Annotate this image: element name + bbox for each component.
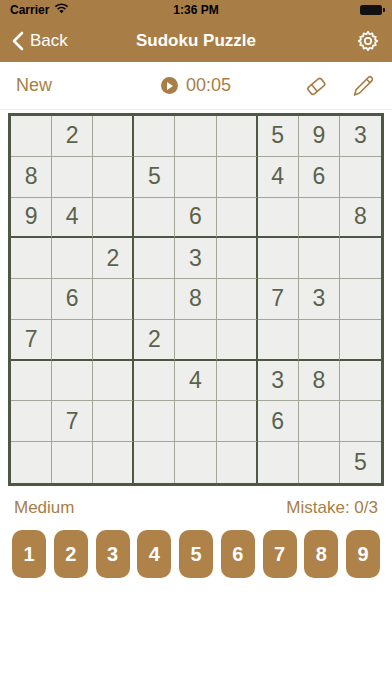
toolbar-icons	[303, 74, 376, 98]
sudoku-cell-r1c7[interactable]: 5	[258, 116, 299, 157]
sudoku-cell-r3c6[interactable]	[217, 198, 258, 239]
sudoku-cell-r6c4[interactable]: 2	[134, 320, 175, 361]
sudoku-cell-r7c7[interactable]: 3	[258, 361, 299, 402]
sudoku-cell-r8c3[interactable]	[93, 401, 134, 442]
sudoku-cell-r1c1[interactable]	[11, 116, 52, 157]
sudoku-cell-r7c4[interactable]	[134, 361, 175, 402]
mistake-counter: Mistake: 0/3	[286, 498, 378, 518]
sudoku-cell-r9c8[interactable]	[299, 442, 340, 483]
sudoku-cell-r4c9[interactable]	[340, 238, 381, 279]
sudoku-cell-r2c8[interactable]: 6	[299, 157, 340, 198]
sudoku-cell-r6c6[interactable]	[217, 320, 258, 361]
sudoku-cell-r6c7[interactable]	[258, 320, 299, 361]
sudoku-cell-r2c4[interactable]: 5	[134, 157, 175, 198]
sudoku-cell-r4c2[interactable]	[52, 238, 93, 279]
sudoku-cell-r8c7[interactable]: 6	[258, 401, 299, 442]
play-pause-button[interactable]	[161, 77, 178, 94]
sudoku-cell-r5c4[interactable]	[134, 279, 175, 320]
sudoku-cell-r2c2[interactable]	[52, 157, 93, 198]
sudoku-cell-r5c5[interactable]: 8	[175, 279, 216, 320]
sudoku-cell-r7c8[interactable]: 8	[299, 361, 340, 402]
sudoku-cell-r2c1[interactable]: 8	[11, 157, 52, 198]
sudoku-cell-r2c5[interactable]	[175, 157, 216, 198]
numpad-button-7[interactable]: 7	[263, 530, 297, 578]
sudoku-cell-r6c2[interactable]	[52, 320, 93, 361]
sudoku-cell-r9c9[interactable]: 5	[340, 442, 381, 483]
numpad-button-2[interactable]: 2	[54, 530, 88, 578]
battery-icon	[360, 5, 382, 15]
sudoku-cell-r1c4[interactable]	[134, 116, 175, 157]
sudoku-cell-r4c7[interactable]	[258, 238, 299, 279]
clock-label: 1:36 PM	[0, 3, 392, 17]
eraser-icon	[303, 74, 329, 98]
back-button[interactable]: Back	[12, 31, 68, 51]
sudoku-cell-r8c4[interactable]	[134, 401, 175, 442]
numpad: 123456789	[0, 518, 392, 578]
sudoku-cell-r9c6[interactable]	[217, 442, 258, 483]
sudoku-cell-r3c3[interactable]	[93, 198, 134, 239]
sudoku-cell-r4c4[interactable]	[134, 238, 175, 279]
sudoku-cell-r4c3[interactable]: 2	[93, 238, 134, 279]
sudoku-cell-r4c8[interactable]	[299, 238, 340, 279]
chevron-left-icon	[12, 31, 24, 51]
sudoku-cell-r6c1[interactable]: 7	[11, 320, 52, 361]
numpad-button-4[interactable]: 4	[137, 530, 171, 578]
nav-bar: Back Sudoku Puzzle	[0, 20, 392, 62]
sudoku-cell-r7c5[interactable]: 4	[175, 361, 216, 402]
sudoku-cell-r7c3[interactable]	[93, 361, 134, 402]
sudoku-cell-r7c1[interactable]	[11, 361, 52, 402]
sudoku-cell-r1c9[interactable]: 3	[340, 116, 381, 157]
sudoku-cell-r5c7[interactable]: 7	[258, 279, 299, 320]
sudoku-cell-r8c1[interactable]	[11, 401, 52, 442]
sudoku-cell-r6c3[interactable]	[93, 320, 134, 361]
gear-icon	[356, 29, 380, 53]
sudoku-cell-r7c6[interactable]	[217, 361, 258, 402]
sudoku-cell-r3c9[interactable]: 8	[340, 198, 381, 239]
sudoku-cell-r9c3[interactable]	[93, 442, 134, 483]
numpad-button-5[interactable]: 5	[179, 530, 213, 578]
sudoku-cell-r1c6[interactable]	[217, 116, 258, 157]
game-toolbar: New 00:05	[0, 62, 392, 110]
pencil-icon	[351, 74, 376, 98]
sudoku-cell-r9c5[interactable]	[175, 442, 216, 483]
sudoku-cell-r3c4[interactable]	[134, 198, 175, 239]
sudoku-cell-r5c1[interactable]	[11, 279, 52, 320]
sudoku-cell-r5c2[interactable]: 6	[52, 279, 93, 320]
sudoku-cell-r4c6[interactable]	[217, 238, 258, 279]
settings-button[interactable]	[356, 29, 380, 53]
board-area: 25938546946823687372438765	[0, 110, 392, 486]
sudoku-cell-r6c9[interactable]	[340, 320, 381, 361]
sudoku-board: 25938546946823687372438765	[8, 113, 384, 486]
sudoku-cell-r7c9[interactable]	[340, 361, 381, 402]
sudoku-cell-r1c8[interactable]: 9	[299, 116, 340, 157]
numpad-button-1[interactable]: 1	[12, 530, 46, 578]
timer-label: 00:05	[186, 75, 231, 96]
pencil-button[interactable]	[351, 74, 376, 98]
header: Carrier 1:36 PM Back Sudoku Puzzl	[0, 0, 392, 62]
back-label: Back	[30, 31, 68, 51]
numpad-button-6[interactable]: 6	[221, 530, 255, 578]
app-screen: Carrier 1:36 PM Back Sudoku Puzzl	[0, 0, 392, 696]
sudoku-cell-r1c5[interactable]	[175, 116, 216, 157]
sudoku-cell-r5c9[interactable]	[340, 279, 381, 320]
sudoku-cell-r8c9[interactable]	[340, 401, 381, 442]
sudoku-cell-r3c2[interactable]: 4	[52, 198, 93, 239]
sudoku-cell-r7c2[interactable]	[52, 361, 93, 402]
sudoku-cell-r8c6[interactable]	[217, 401, 258, 442]
sudoku-cell-r3c8[interactable]	[299, 198, 340, 239]
sudoku-cell-r8c8[interactable]	[299, 401, 340, 442]
eraser-button[interactable]	[303, 74, 329, 98]
sudoku-cell-r4c5[interactable]: 3	[175, 238, 216, 279]
difficulty-label: Medium	[14, 498, 74, 518]
sudoku-cell-r9c7[interactable]	[258, 442, 299, 483]
sudoku-cell-r3c1[interactable]: 9	[11, 198, 52, 239]
sudoku-cell-r8c2[interactable]: 7	[52, 401, 93, 442]
sudoku-cell-r6c8[interactable]	[299, 320, 340, 361]
status-row: Medium Mistake: 0/3	[0, 486, 392, 518]
sudoku-cell-r5c6[interactable]	[217, 279, 258, 320]
sudoku-cell-r8c5[interactable]	[175, 401, 216, 442]
sudoku-cell-r5c8[interactable]: 3	[299, 279, 340, 320]
sudoku-cell-r5c3[interactable]	[93, 279, 134, 320]
status-bar: Carrier 1:36 PM	[0, 0, 392, 20]
sudoku-cell-r3c7[interactable]	[258, 198, 299, 239]
sudoku-cell-r6c5[interactable]	[175, 320, 216, 361]
sudoku-cell-r2c6[interactable]	[217, 157, 258, 198]
new-game-button[interactable]: New	[16, 75, 52, 96]
sudoku-cell-r9c2[interactable]	[52, 442, 93, 483]
sudoku-cell-r3c5[interactable]: 6	[175, 198, 216, 239]
sudoku-cell-r1c2[interactable]: 2	[52, 116, 93, 157]
sudoku-cell-r4c1[interactable]	[11, 238, 52, 279]
sudoku-cell-r2c3[interactable]	[93, 157, 134, 198]
numpad-button-8[interactable]: 8	[304, 530, 338, 578]
numpad-button-3[interactable]: 3	[96, 530, 130, 578]
sudoku-cell-r2c7[interactable]: 4	[258, 157, 299, 198]
numpad-button-9[interactable]: 9	[346, 530, 380, 578]
sudoku-cell-r1c3[interactable]	[93, 116, 134, 157]
sudoku-cell-r9c4[interactable]	[134, 442, 175, 483]
sudoku-cell-r2c9[interactable]	[340, 157, 381, 198]
sudoku-cell-r9c1[interactable]	[11, 442, 52, 483]
